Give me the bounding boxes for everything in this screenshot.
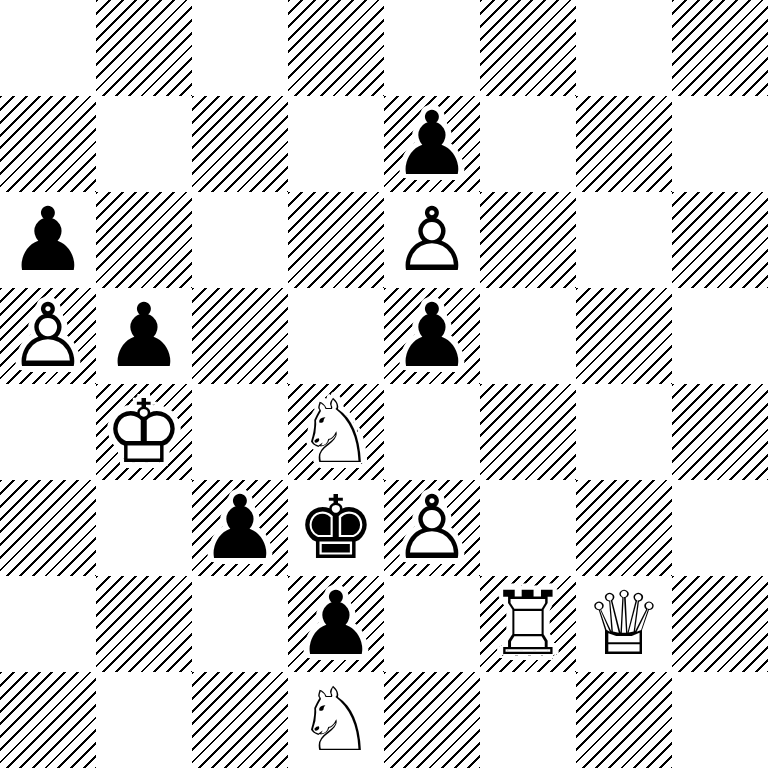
square-c5[interactable] <box>192 288 288 384</box>
square-d4[interactable]: ♞♘ <box>288 384 384 480</box>
piece-white-king[interactable]: ♚♔ <box>96 384 192 480</box>
square-g5[interactable] <box>576 288 672 384</box>
black-pawn-icon: ♟ <box>192 480 288 576</box>
white-knight-icon: ♘ <box>288 672 384 768</box>
square-e6[interactable]: ♟♙ <box>384 192 480 288</box>
white-queen-icon: ♕ <box>576 576 672 672</box>
square-a3[interactable] <box>0 480 96 576</box>
black-pawn-icon: ♟ <box>288 576 384 672</box>
piece-white-knight[interactable]: ♞♘ <box>288 672 384 768</box>
chessboard: ♟♟♟♟♟♙♟♙♟♟♟♟♚♔♞♘♟♟♚♚♟♙♟♟♜♖♛♕♞♘ <box>0 0 768 768</box>
white-pawn-icon: ♙ <box>384 480 480 576</box>
white-rook-icon: ♖ <box>480 576 576 672</box>
square-d6[interactable] <box>288 192 384 288</box>
square-g1[interactable] <box>576 672 672 768</box>
square-a7[interactable] <box>0 96 96 192</box>
square-h6[interactable] <box>672 192 768 288</box>
piece-black-pawn[interactable]: ♟♟ <box>96 288 192 384</box>
square-e4[interactable] <box>384 384 480 480</box>
black-king-icon: ♚ <box>288 480 384 576</box>
white-knight-icon: ♘ <box>288 384 384 480</box>
square-f6[interactable] <box>480 192 576 288</box>
piece-white-knight[interactable]: ♞♘ <box>288 384 384 480</box>
square-a8[interactable] <box>0 0 96 96</box>
piece-black-pawn[interactable]: ♟♟ <box>384 96 480 192</box>
piece-black-pawn[interactable]: ♟♟ <box>384 288 480 384</box>
square-g6[interactable] <box>576 192 672 288</box>
square-d3[interactable]: ♚♚ <box>288 480 384 576</box>
square-h7[interactable] <box>672 96 768 192</box>
square-a4[interactable] <box>0 384 96 480</box>
square-b4[interactable]: ♚♔ <box>96 384 192 480</box>
black-pawn-icon: ♟ <box>384 96 480 192</box>
piece-white-pawn[interactable]: ♟♙ <box>384 480 480 576</box>
square-c8[interactable] <box>192 0 288 96</box>
square-f8[interactable] <box>480 0 576 96</box>
square-c4[interactable] <box>192 384 288 480</box>
square-h4[interactable] <box>672 384 768 480</box>
piece-white-pawn[interactable]: ♟♙ <box>384 192 480 288</box>
square-b2[interactable] <box>96 576 192 672</box>
square-g2[interactable]: ♛♕ <box>576 576 672 672</box>
square-g3[interactable] <box>576 480 672 576</box>
square-e3[interactable]: ♟♙ <box>384 480 480 576</box>
square-g7[interactable] <box>576 96 672 192</box>
black-pawn-icon: ♟ <box>96 288 192 384</box>
piece-black-pawn[interactable]: ♟♟ <box>288 576 384 672</box>
piece-black-pawn[interactable]: ♟♟ <box>0 192 96 288</box>
square-e1[interactable] <box>384 672 480 768</box>
piece-white-rook[interactable]: ♜♖ <box>480 576 576 672</box>
square-c2[interactable] <box>192 576 288 672</box>
square-f3[interactable] <box>480 480 576 576</box>
square-e2[interactable] <box>384 576 480 672</box>
piece-black-king[interactable]: ♚♚ <box>288 480 384 576</box>
white-pawn-icon: ♙ <box>0 288 96 384</box>
square-d1[interactable]: ♞♘ <box>288 672 384 768</box>
square-c3[interactable]: ♟♟ <box>192 480 288 576</box>
square-c7[interactable] <box>192 96 288 192</box>
square-a6[interactable]: ♟♟ <box>0 192 96 288</box>
square-d8[interactable] <box>288 0 384 96</box>
piece-white-queen[interactable]: ♛♕ <box>576 576 672 672</box>
square-h1[interactable] <box>672 672 768 768</box>
white-king-icon: ♔ <box>96 384 192 480</box>
square-h8[interactable] <box>672 0 768 96</box>
square-b3[interactable] <box>96 480 192 576</box>
square-e5[interactable]: ♟♟ <box>384 288 480 384</box>
square-a1[interactable] <box>0 672 96 768</box>
square-e8[interactable] <box>384 0 480 96</box>
square-a5[interactable]: ♟♙ <box>0 288 96 384</box>
square-c6[interactable] <box>192 192 288 288</box>
black-pawn-icon: ♟ <box>0 192 96 288</box>
square-c1[interactable] <box>192 672 288 768</box>
square-f7[interactable] <box>480 96 576 192</box>
square-b7[interactable] <box>96 96 192 192</box>
square-f2[interactable]: ♜♖ <box>480 576 576 672</box>
square-d5[interactable] <box>288 288 384 384</box>
square-b8[interactable] <box>96 0 192 96</box>
square-e7[interactable]: ♟♟ <box>384 96 480 192</box>
piece-black-pawn[interactable]: ♟♟ <box>192 480 288 576</box>
square-h3[interactable] <box>672 480 768 576</box>
square-b5[interactable]: ♟♟ <box>96 288 192 384</box>
square-g8[interactable] <box>576 0 672 96</box>
square-b1[interactable] <box>96 672 192 768</box>
square-f5[interactable] <box>480 288 576 384</box>
square-d2[interactable]: ♟♟ <box>288 576 384 672</box>
black-pawn-icon: ♟ <box>384 288 480 384</box>
square-a2[interactable] <box>0 576 96 672</box>
white-pawn-icon: ♙ <box>384 192 480 288</box>
square-d7[interactable] <box>288 96 384 192</box>
square-h2[interactable] <box>672 576 768 672</box>
square-f4[interactable] <box>480 384 576 480</box>
square-g4[interactable] <box>576 384 672 480</box>
piece-white-pawn[interactable]: ♟♙ <box>0 288 96 384</box>
square-f1[interactable] <box>480 672 576 768</box>
square-b6[interactable] <box>96 192 192 288</box>
square-h5[interactable] <box>672 288 768 384</box>
